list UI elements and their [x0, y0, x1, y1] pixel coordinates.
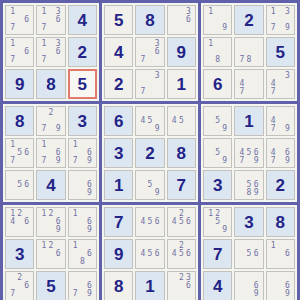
- candidate-empty: [253, 88, 260, 96]
- candidate-empty: [16, 157, 23, 165]
- sudoku-board: 1671367416713672985583643679237119213791…: [0, 0, 300, 300]
- candidate-empty: [245, 72, 252, 80]
- candidate-empty: [9, 173, 16, 181]
- solved-digit: 4: [114, 44, 123, 61]
- candidate-empty: [139, 181, 146, 189]
- candidate-empty: [154, 109, 161, 117]
- pencil-marks: 18: [204, 38, 231, 66]
- pencil-marks: 47: [235, 70, 262, 98]
- candidate-7: 7: [9, 24, 16, 32]
- cell-r9c9[interactable]: 69: [266, 271, 295, 300]
- candidate-empty: [146, 258, 153, 266]
- cell-r2c2[interactable]: 1367: [36, 37, 65, 67]
- candidate-empty: [284, 80, 291, 88]
- pencil-marks: 16: [267, 240, 294, 268]
- candidate-empty: [16, 24, 23, 32]
- candidate-1: 1: [72, 210, 79, 218]
- cell-r8c1[interactable]: 3: [5, 239, 34, 269]
- cell-r7c5[interactable]: 456: [135, 207, 164, 237]
- cell-r7c6[interactable]: 2456: [167, 207, 196, 237]
- cell-r3c5[interactable]: 37: [135, 69, 164, 99]
- pencil-marks: 279: [37, 107, 64, 135]
- candidate-1: 1: [40, 242, 47, 250]
- candidate-6: 6: [253, 250, 260, 258]
- cell-r8c8[interactable]: 56: [234, 239, 263, 269]
- candidate-empty: [47, 16, 54, 24]
- candidate-empty: [277, 141, 284, 149]
- candidate-9: 9: [154, 125, 161, 133]
- candidate-empty: [79, 274, 86, 282]
- pencil-marks: 1567: [6, 139, 33, 167]
- box-3-2: 745624569456245681236: [102, 205, 198, 300]
- candidate-4: 4: [139, 218, 146, 226]
- pencil-marks: 1679: [69, 139, 96, 167]
- candidate-empty: [171, 125, 178, 133]
- cell-r2c4[interactable]: 4: [104, 37, 133, 67]
- candidate-empty: [277, 88, 284, 96]
- cell-r2c5[interactable]: 367: [135, 37, 164, 67]
- candidate-9: 9: [284, 24, 291, 32]
- candidate-5: 5: [146, 218, 153, 226]
- candidate-empty: [185, 258, 192, 266]
- candidate-empty: [277, 157, 284, 165]
- cell-r6c3[interactable]: 69: [68, 170, 97, 200]
- candidate-9: 9: [221, 24, 228, 32]
- candidate-empty: [171, 8, 178, 16]
- candidate-empty: [284, 88, 291, 96]
- candidate-5: 5: [146, 181, 153, 189]
- cell-r5c6[interactable]: 8: [167, 138, 196, 168]
- box-3-3: 1259387561646969: [201, 205, 297, 300]
- cell-r1c9[interactable]: 1379: [266, 5, 295, 35]
- candidate-empty: [23, 226, 30, 234]
- cell-r6c8[interactable]: 5689: [234, 170, 263, 200]
- candidate-empty: [277, 149, 284, 157]
- candidate-empty: [221, 141, 228, 149]
- solved-digit: 5: [78, 76, 87, 93]
- candidate-7: 7: [238, 157, 245, 165]
- candidate-empty: [40, 258, 47, 266]
- cell-r3c6[interactable]: 1: [167, 69, 196, 99]
- pencil-marks: 367: [136, 38, 163, 66]
- candidate-6: 6: [154, 48, 161, 56]
- candidate-5: 5: [214, 117, 221, 125]
- pencil-marks: 5689: [235, 171, 262, 199]
- solved-digit: 5: [114, 12, 123, 29]
- given-digit: 1: [244, 113, 253, 130]
- candidate-6: 6: [55, 250, 62, 258]
- cell-r8c9[interactable]: 16: [266, 239, 295, 269]
- cell-r5c3[interactable]: 1679: [68, 138, 97, 168]
- given-digit: 7: [213, 246, 222, 263]
- pencil-marks: 479: [267, 107, 294, 135]
- candidate-empty: [154, 258, 161, 266]
- candidate-empty: [270, 258, 277, 266]
- candidate-empty: [47, 141, 54, 149]
- candidate-empty: [139, 189, 146, 197]
- cell-r1c6[interactable]: 36: [167, 5, 196, 35]
- cell-r8c3[interactable]: 168: [68, 239, 97, 269]
- pencil-marks: 1246: [6, 208, 33, 236]
- candidate-empty: [270, 290, 277, 298]
- candidate-empty: [9, 181, 16, 189]
- candidate-empty: [277, 117, 284, 125]
- cell-r8c6[interactable]: 2456: [167, 239, 196, 269]
- given-digit: 2: [244, 12, 253, 29]
- candidate-empty: [72, 250, 79, 258]
- candidate-empty: [207, 226, 214, 234]
- cell-r4c1[interactable]: 8: [5, 106, 34, 136]
- candidate-empty: [207, 157, 214, 165]
- cell-r1c4[interactable]: 5: [104, 5, 133, 35]
- candidate-3: 3: [154, 72, 161, 80]
- cell-r8c2[interactable]: 126: [36, 239, 65, 269]
- candidate-empty: [270, 282, 277, 290]
- candidate-1: 1: [207, 8, 214, 16]
- cell-r7c2[interactable]: 1269: [36, 207, 65, 237]
- candidate-empty: [79, 189, 86, 197]
- candidate-empty: [171, 16, 178, 24]
- candidate-empty: [154, 226, 161, 234]
- candidate-empty: [185, 117, 192, 125]
- cell-r7c9[interactable]: 8: [266, 207, 295, 237]
- candidate-1: 1: [9, 40, 16, 48]
- candidate-empty: [47, 226, 54, 234]
- candidate-8: 8: [79, 258, 86, 266]
- cell-r1c8[interactable]: 2: [234, 5, 263, 35]
- given-digit: 1: [114, 177, 123, 194]
- cell-r5c7[interactable]: 59: [203, 138, 232, 168]
- given-digit: 5: [46, 278, 55, 295]
- candidate-empty: [47, 157, 54, 165]
- cell-r6c1[interactable]: 56: [5, 170, 34, 200]
- cell-r1c5[interactable]: 8: [135, 5, 164, 35]
- candidate-5: 5: [245, 149, 252, 157]
- candidate-9: 9: [86, 226, 93, 234]
- candidate-4: 4: [9, 218, 16, 226]
- pencil-marks: 56: [6, 171, 33, 199]
- candidate-empty: [207, 109, 214, 117]
- candidate-empty: [23, 24, 30, 32]
- given-digit: 7: [177, 177, 186, 194]
- candidate-empty: [277, 8, 284, 16]
- cell-r6c4[interactable]: 1: [104, 170, 133, 200]
- candidate-empty: [245, 282, 252, 290]
- cell-r4c8[interactable]: 1: [234, 106, 263, 136]
- candidate-empty: [47, 125, 54, 133]
- candidate-empty: [178, 24, 185, 32]
- candidate-empty: [207, 48, 214, 56]
- candidate-empty: [185, 125, 192, 133]
- candidate-empty: [270, 274, 277, 282]
- candidate-empty: [47, 250, 54, 258]
- candidate-7: 7: [270, 88, 277, 96]
- candidate-5: 5: [146, 250, 153, 258]
- cell-r5c9[interactable]: 4679: [266, 138, 295, 168]
- candidate-empty: [146, 48, 153, 56]
- candidate-empty: [55, 109, 62, 117]
- candidate-empty: [79, 181, 86, 189]
- pencil-marks: 1379: [267, 6, 294, 34]
- pencil-marks: 69: [69, 171, 96, 199]
- candidate-6: 6: [185, 218, 192, 226]
- candidate-9: 9: [55, 157, 62, 165]
- pencil-marks: 37: [136, 70, 163, 98]
- pencil-marks: 167: [6, 6, 33, 34]
- candidate-empty: [16, 218, 23, 226]
- candidate-1: 1: [40, 8, 47, 16]
- candidate-4: 4: [171, 218, 178, 226]
- candidate-empty: [79, 149, 86, 157]
- candidate-empty: [221, 48, 228, 56]
- cell-r2c7[interactable]: 18: [203, 37, 232, 67]
- candidate-empty: [139, 72, 146, 80]
- cell-r3c7[interactable]: 6: [203, 69, 232, 99]
- cell-r9c7[interactable]: 4: [203, 271, 232, 300]
- candidate-9: 9: [86, 157, 93, 165]
- pencil-marks: 2456: [168, 208, 195, 236]
- cell-r9c1[interactable]: 267: [5, 271, 34, 300]
- candidate-empty: [55, 24, 62, 32]
- candidate-7: 7: [40, 24, 47, 32]
- candidate-7: 7: [270, 125, 277, 133]
- candidate-5: 5: [178, 117, 185, 125]
- cell-r4c2[interactable]: 279: [36, 106, 65, 136]
- candidate-empty: [238, 250, 245, 258]
- candidate-empty: [55, 258, 62, 266]
- cell-r8c7[interactable]: 7: [203, 239, 232, 269]
- candidate-6: 6: [284, 250, 291, 258]
- candidate-empty: [207, 24, 214, 32]
- candidate-3: 3: [284, 72, 291, 80]
- candidate-empty: [284, 109, 291, 117]
- candidate-7: 7: [139, 56, 146, 64]
- cell-r2c8[interactable]: 78: [234, 37, 263, 67]
- candidate-4: 4: [139, 250, 146, 258]
- given-digit: 9: [114, 246, 123, 263]
- pencil-marks: 1259: [204, 208, 231, 236]
- box-1-3: 192137918785647347: [201, 3, 297, 101]
- given-digit: 4: [46, 177, 55, 194]
- cell-r1c2[interactable]: 1367: [36, 5, 65, 35]
- candidate-empty: [214, 8, 221, 16]
- cell-r6c5[interactable]: 59: [135, 170, 164, 200]
- candidate-empty: [277, 258, 284, 266]
- pencil-marks: 1269: [37, 208, 64, 236]
- candidate-6: 6: [23, 218, 30, 226]
- candidate-empty: [277, 80, 284, 88]
- candidate-6: 6: [185, 282, 192, 290]
- cell-r8c5[interactable]: 456: [135, 239, 164, 269]
- candidate-empty: [72, 189, 79, 197]
- pencil-marks: 69: [267, 272, 294, 300]
- candidate-empty: [146, 189, 153, 197]
- box-1-2: 5836436792371: [102, 3, 198, 101]
- candidate-empty: [9, 274, 16, 282]
- cell-r8c4[interactable]: 9: [104, 239, 133, 269]
- cell-r9c8[interactable]: 69: [234, 271, 263, 300]
- cell-r9c4[interactable]: 8: [104, 271, 133, 300]
- cell-r3c3[interactable]: 5: [68, 69, 97, 99]
- cell-r1c7[interactable]: 19: [203, 5, 232, 35]
- candidate-9: 9: [253, 290, 260, 298]
- pencil-marks: 167: [6, 38, 33, 66]
- candidate-empty: [253, 80, 260, 88]
- candidate-empty: [79, 290, 86, 298]
- candidate-6: 6: [23, 48, 30, 56]
- candidate-empty: [253, 40, 260, 48]
- candidate-empty: [253, 72, 260, 80]
- cell-r9c6[interactable]: 236: [167, 271, 196, 300]
- candidate-empty: [207, 125, 214, 133]
- pencil-marks: 169: [69, 208, 96, 236]
- candidate-6: 6: [86, 250, 93, 258]
- candidate-empty: [16, 56, 23, 64]
- cell-r9c3[interactable]: 679: [68, 271, 97, 300]
- cell-r9c2[interactable]: 5: [36, 271, 65, 300]
- cell-r3c8[interactable]: 47: [234, 69, 263, 99]
- cell-r3c9[interactable]: 347: [266, 69, 295, 99]
- cell-r4c4[interactable]: 6: [104, 106, 133, 136]
- cell-r4c5[interactable]: 459: [135, 106, 164, 136]
- candidate-empty: [253, 258, 260, 266]
- cell-r1c3[interactable]: 4: [68, 5, 97, 35]
- pencil-marks: 459: [136, 107, 163, 135]
- candidate-9: 9: [55, 226, 62, 234]
- cell-r6c9[interactable]: 2: [266, 170, 295, 200]
- candidate-empty: [245, 157, 252, 165]
- candidate-6: 6: [23, 149, 30, 157]
- candidate-7: 7: [72, 157, 79, 165]
- candidate-empty: [16, 226, 23, 234]
- candidate-empty: [23, 290, 30, 298]
- given-digit: 3: [244, 214, 253, 231]
- candidate-empty: [146, 56, 153, 64]
- candidate-empty: [284, 258, 291, 266]
- candidate-6: 6: [23, 16, 30, 24]
- candidate-9: 9: [284, 157, 291, 165]
- candidate-empty: [277, 125, 284, 133]
- candidate-empty: [178, 282, 185, 290]
- cell-r4c6[interactable]: 45: [167, 106, 196, 136]
- candidate-empty: [171, 290, 178, 298]
- candidate-empty: [47, 8, 54, 16]
- candidate-empty: [178, 125, 185, 133]
- given-digit: 2: [78, 44, 87, 61]
- pencil-marks: 168: [69, 240, 96, 268]
- cell-r6c7[interactable]: 3: [203, 170, 232, 200]
- cell-r7c1[interactable]: 1246: [5, 207, 34, 237]
- candidate-empty: [79, 157, 86, 165]
- pencil-marks: 36: [168, 6, 195, 34]
- cell-r5c2[interactable]: 1679: [36, 138, 65, 168]
- candidate-empty: [79, 173, 86, 181]
- candidate-5: 5: [146, 117, 153, 125]
- given-digit: 3: [114, 145, 123, 162]
- cell-r3c1[interactable]: 9: [5, 69, 34, 99]
- cell-r9c5[interactable]: 1: [135, 271, 164, 300]
- cell-r2c9[interactable]: 5: [266, 37, 295, 67]
- cell-r7c8[interactable]: 3: [234, 207, 263, 237]
- box-2-3: 59147959456794679356892: [201, 104, 297, 202]
- cell-r6c2[interactable]: 4: [36, 170, 65, 200]
- candidate-1: 1: [72, 242, 79, 250]
- candidate-1: 1: [9, 8, 16, 16]
- cell-r5c5[interactable]: 2: [135, 138, 164, 168]
- cell-r5c1[interactable]: 1567: [5, 138, 34, 168]
- candidate-8: 8: [214, 56, 221, 64]
- cell-r5c8[interactable]: 45679: [234, 138, 263, 168]
- cell-r2c3[interactable]: 2: [68, 37, 97, 67]
- candidate-empty: [16, 8, 23, 16]
- candidate-empty: [40, 109, 47, 117]
- candidate-3: 3: [284, 8, 291, 16]
- candidate-empty: [16, 16, 23, 24]
- candidate-6: 6: [23, 181, 30, 189]
- candidate-empty: [277, 24, 284, 32]
- candidate-empty: [214, 16, 221, 24]
- candidate-9: 9: [253, 189, 260, 197]
- given-digit: 9: [15, 76, 24, 93]
- cell-r3c2[interactable]: 8: [36, 69, 65, 99]
- candidate-9: 9: [221, 157, 228, 165]
- cell-r7c4[interactable]: 7: [104, 207, 133, 237]
- candidate-empty: [171, 274, 178, 282]
- cell-r4c9[interactable]: 479: [266, 106, 295, 136]
- candidate-empty: [72, 173, 79, 181]
- cell-r5c4[interactable]: 3: [104, 138, 133, 168]
- cell-r2c6[interactable]: 9: [167, 37, 196, 67]
- candidate-empty: [245, 290, 252, 298]
- candidate-empty: [207, 56, 214, 64]
- cell-r6c6[interactable]: 7: [167, 170, 196, 200]
- pencil-marks: 1367: [37, 38, 64, 66]
- candidate-empty: [139, 258, 146, 266]
- candidate-empty: [214, 125, 221, 133]
- cell-r7c3[interactable]: 169: [68, 207, 97, 237]
- candidate-6: 6: [55, 16, 62, 24]
- candidate-empty: [23, 157, 30, 165]
- solved-digit: 6: [213, 76, 222, 93]
- cell-r3c4[interactable]: 2: [104, 69, 133, 99]
- candidate-empty: [238, 181, 245, 189]
- cell-r1c1[interactable]: 167: [5, 5, 34, 35]
- candidate-5: 5: [245, 250, 252, 258]
- candidate-empty: [238, 290, 245, 298]
- candidate-empty: [221, 8, 228, 16]
- pencil-marks: 347: [267, 70, 294, 98]
- candidate-8: 8: [245, 56, 252, 64]
- candidate-9: 9: [221, 226, 228, 234]
- candidate-9: 9: [86, 189, 93, 197]
- candidate-7: 7: [72, 290, 79, 298]
- given-digit: 4: [78, 12, 87, 29]
- cell-r2c1[interactable]: 167: [5, 37, 34, 67]
- candidate-empty: [72, 274, 79, 282]
- candidate-1: 1: [40, 210, 47, 218]
- cell-r4c3[interactable]: 3: [68, 106, 97, 136]
- box-1-1: 1671367416713672985: [3, 3, 99, 101]
- cell-r4c7[interactable]: 59: [203, 106, 232, 136]
- box-3-1: 1246126916931261682675679: [3, 205, 99, 300]
- cell-r7c7[interactable]: 1259: [203, 207, 232, 237]
- pencil-marks: 45: [168, 107, 195, 135]
- pencil-marks: 59: [136, 171, 163, 199]
- pencil-marks: 126: [37, 240, 64, 268]
- candidate-empty: [238, 282, 245, 290]
- candidate-7: 7: [40, 125, 47, 133]
- candidate-6: 6: [55, 48, 62, 56]
